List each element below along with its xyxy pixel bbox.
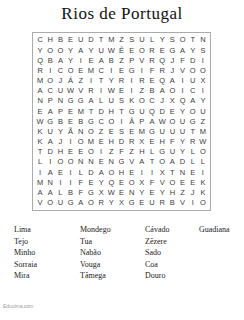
grid-cell[interactable]: X xyxy=(157,167,167,177)
grid-cell[interactable]: E xyxy=(116,177,126,187)
grid-cell[interactable]: T xyxy=(116,106,126,116)
word-item: Zêzere xyxy=(145,236,169,248)
grid-cell[interactable]: O xyxy=(86,147,96,157)
grid-cell[interactable]: U xyxy=(137,35,147,45)
grid-cell[interactable]: I xyxy=(86,76,96,86)
grid-cell[interactable]: L xyxy=(96,96,106,106)
grid-cell[interactable]: M xyxy=(76,106,86,116)
grid-cell[interactable]: O xyxy=(76,137,86,147)
grid-cell[interactable]: T xyxy=(147,157,157,167)
grid-cell[interactable]: O xyxy=(198,198,208,208)
grid-cell[interactable]: O xyxy=(106,116,116,126)
puzzle-title: Rios de Portugal xyxy=(0,4,244,24)
grid-cell[interactable]: A xyxy=(55,55,65,65)
grid-cell[interactable]: I xyxy=(96,147,106,157)
grid-cell[interactable]: A xyxy=(188,96,198,106)
word-item: Tejo xyxy=(14,236,37,248)
grid-cell[interactable]: L xyxy=(35,157,45,167)
grid-cell[interactable]: Y xyxy=(177,147,187,157)
grid-cell[interactable]: G xyxy=(188,116,198,126)
grid-cell[interactable]: H xyxy=(106,106,116,116)
grid-cell[interactable]: N xyxy=(45,177,55,187)
grid-cell[interactable]: L xyxy=(188,157,198,167)
grid-cell[interactable]: N xyxy=(177,167,187,177)
grid-cell[interactable]: Y xyxy=(96,177,106,187)
word-item: Guadiana xyxy=(199,224,230,236)
grid-cell[interactable]: G xyxy=(127,106,137,116)
grid-cell[interactable]: A xyxy=(45,137,55,147)
grid-cell[interactable]: R xyxy=(157,66,167,76)
grid-cell[interactable]: D xyxy=(188,55,198,65)
grid-cell[interactable]: T xyxy=(86,106,96,116)
grid-cell[interactable]: Ã xyxy=(66,127,76,137)
grid-cell[interactable]: X xyxy=(137,177,147,187)
grid-cell[interactable]: P xyxy=(137,116,147,126)
grid-cell[interactable]: O xyxy=(45,198,55,208)
grid-cell[interactable]: E xyxy=(76,147,86,157)
grid-cell[interactable]: R xyxy=(116,76,126,86)
grid-cell[interactable]: R xyxy=(147,55,157,65)
grid-cell[interactable]: U xyxy=(45,127,55,137)
grid-cell[interactable]: V xyxy=(157,177,167,187)
grid-cell[interactable]: A xyxy=(86,96,96,106)
grid-cell[interactable]: G xyxy=(116,157,126,167)
grid-cell[interactable]: E xyxy=(116,188,126,198)
grid-cell[interactable]: A xyxy=(167,157,177,167)
grid-cell[interactable]: Y xyxy=(66,55,76,65)
grid-cell[interactable]: A xyxy=(167,76,177,86)
grid-cell[interactable]: L xyxy=(188,147,198,157)
grid-cell[interactable]: D xyxy=(116,137,126,147)
grid-cell[interactable]: A xyxy=(45,106,55,116)
grid-cell[interactable]: C xyxy=(96,116,106,126)
grid-cell[interactable]: O xyxy=(55,45,65,55)
grid-cell[interactable]: M xyxy=(106,35,116,45)
grid-cell[interactable]: A xyxy=(76,45,86,55)
grid-cell[interactable]: L xyxy=(147,35,157,45)
grid-cell[interactable]: B xyxy=(167,198,177,208)
word-list: LimaTejoMinhoSorraiaMira MondegoTuaNabão… xyxy=(0,224,244,286)
grid-cell[interactable]: Q xyxy=(106,177,116,187)
grid-cell[interactable]: A xyxy=(45,188,55,198)
grid-cell[interactable]: M xyxy=(86,137,96,147)
grid-cell[interactable]: I xyxy=(198,86,208,96)
grid-cell[interactable]: O xyxy=(127,177,137,187)
grid-cell[interactable]: I xyxy=(147,167,157,177)
grid-cell[interactable]: O xyxy=(198,66,208,76)
grid-cell[interactable]: B xyxy=(45,55,55,65)
grid-cell[interactable]: H xyxy=(106,137,116,147)
grid-cell[interactable]: V xyxy=(35,198,45,208)
grid-cell[interactable]: N xyxy=(127,188,137,198)
grid-cell[interactable]: R xyxy=(137,76,147,86)
grid-cell[interactable]: C xyxy=(147,96,157,106)
grid-cell[interactable]: J xyxy=(167,66,177,76)
grid-cell[interactable]: E xyxy=(55,167,65,177)
grid-cell[interactable]: M xyxy=(35,177,45,187)
grid-cell[interactable]: B xyxy=(76,116,86,126)
grid-cell[interactable]: O xyxy=(188,66,198,76)
grid-cell[interactable]: E xyxy=(116,86,126,96)
grid-cell[interactable]: U xyxy=(55,198,65,208)
grid-cell[interactable]: E xyxy=(66,35,76,45)
grid-cell[interactable]: O xyxy=(66,66,76,76)
grid-cell[interactable]: F xyxy=(147,66,157,76)
grid-cell[interactable]: U xyxy=(76,35,86,45)
grid-cell[interactable]: L xyxy=(147,147,157,157)
grid-cell[interactable]: J xyxy=(188,188,198,198)
grid-cell[interactable]: H xyxy=(116,167,126,177)
grid-cell[interactable]: Ê xyxy=(116,45,126,55)
grid-cell[interactable]: O xyxy=(55,157,65,167)
worksheet-page: Rios de Portugal CHBEUDTMZSULYSOTNYOOYAY… xyxy=(0,0,244,320)
grid-cell[interactable]: E xyxy=(127,127,137,137)
grid-cell[interactable]: Q xyxy=(35,55,45,65)
grid-cell[interactable]: X xyxy=(167,96,177,106)
grid-cell[interactable]: A xyxy=(76,198,86,208)
grid-cell[interactable]: R xyxy=(147,45,157,55)
grid-cell[interactable]: C xyxy=(55,66,65,76)
grid-cell[interactable]: V xyxy=(177,198,187,208)
grid-cell[interactable]: U xyxy=(147,198,157,208)
grid-cell[interactable]: X xyxy=(96,188,106,198)
grid-cell[interactable]: C xyxy=(188,86,198,96)
grid-cell[interactable]: L xyxy=(55,188,65,198)
grid-cell[interactable]: B xyxy=(66,188,76,198)
grid-cell[interactable]: W xyxy=(106,86,116,96)
grid-cell[interactable]: I xyxy=(177,76,187,86)
grid-cell[interactable]: Y xyxy=(106,76,116,86)
grid-cell[interactable]: I xyxy=(66,137,76,147)
grid-cell[interactable]: Q xyxy=(177,96,187,106)
grid-cell[interactable]: I xyxy=(198,55,208,65)
grid-cell[interactable]: A xyxy=(35,86,45,96)
grid-cell[interactable]: E xyxy=(167,106,177,116)
grid-cell[interactable]: D xyxy=(86,167,96,177)
grid-cell[interactable]: X xyxy=(137,137,147,147)
grid-cell[interactable]: F xyxy=(147,177,157,187)
grid-cell[interactable]: I xyxy=(177,86,187,96)
grid-cell[interactable]: V xyxy=(177,66,187,76)
grid-cell[interactable]: Z xyxy=(127,147,137,157)
grid-cell[interactable]: H xyxy=(45,35,55,45)
grid-cell[interactable]: S xyxy=(116,127,126,137)
grid-cell[interactable]: E xyxy=(96,137,106,147)
grid-cell[interactable]: O xyxy=(106,167,116,177)
grid-cell[interactable]: E xyxy=(147,76,157,86)
grid-cell[interactable]: U xyxy=(137,106,147,116)
grid-cell[interactable]: N xyxy=(55,96,65,106)
grid-cell[interactable]: F xyxy=(177,55,187,65)
grid-cell[interactable]: N xyxy=(76,157,86,167)
grid-cell[interactable]: Y xyxy=(157,35,167,45)
grid-cell[interactable]: U xyxy=(55,86,65,96)
grid-cell[interactable]: E xyxy=(86,177,96,187)
grid-cell[interactable]: Z xyxy=(106,147,116,157)
grid-cell[interactable]: P xyxy=(127,55,137,65)
grid-cell[interactable]: Â xyxy=(127,116,137,126)
grid-cell[interactable]: B xyxy=(147,86,157,96)
grid-cell[interactable]: Z xyxy=(116,35,126,45)
grid-cell[interactable]: Y xyxy=(177,106,187,116)
grid-cell[interactable]: D xyxy=(96,106,106,116)
grid-cell[interactable]: K xyxy=(35,137,45,147)
grid-cell[interactable]: K xyxy=(127,96,137,106)
grid-cell[interactable]: G xyxy=(45,116,55,126)
grid-cell[interactable]: O xyxy=(137,96,147,106)
grid-cell[interactable]: E xyxy=(66,116,76,126)
grid-cell[interactable]: C xyxy=(96,66,106,76)
grid-cell[interactable]: E xyxy=(147,137,157,147)
grid-cell[interactable]: Q xyxy=(157,76,167,86)
grid-cell[interactable]: S xyxy=(116,96,126,106)
grid-cell[interactable]: P xyxy=(55,106,65,116)
grid-cell[interactable]: I xyxy=(66,177,76,187)
grid-cell[interactable]: Y xyxy=(188,45,198,55)
grid-cell[interactable]: X xyxy=(198,76,208,86)
grid-cell[interactable]: N xyxy=(86,157,96,167)
grid-cell[interactable]: Y xyxy=(137,188,147,198)
grid-cell[interactable]: Z xyxy=(96,127,106,137)
grid-cell[interactable]: O xyxy=(177,35,187,45)
grid-cell[interactable]: H xyxy=(137,147,147,157)
grid-cell[interactable]: A xyxy=(177,45,187,55)
grid-cell[interactable]: N xyxy=(106,157,116,167)
grid-cell[interactable]: T xyxy=(188,35,198,45)
grid-cell[interactable]: W xyxy=(66,86,76,96)
grid-cell[interactable]: M xyxy=(35,76,45,86)
grid-cell[interactable]: O xyxy=(167,86,177,96)
grid-cell[interactable]: G xyxy=(76,96,86,106)
grid-cell[interactable]: O xyxy=(137,45,147,55)
grid-cell[interactable]: E xyxy=(127,45,137,55)
grid-cell[interactable]: E xyxy=(76,66,86,76)
grid-cell[interactable]: M xyxy=(86,66,96,76)
grid-cell[interactable]: Y xyxy=(157,188,167,198)
grid-cell[interactable]: I xyxy=(116,116,126,126)
grid-cell[interactable]: H xyxy=(157,137,167,147)
grid-cell[interactable]: I xyxy=(127,76,137,86)
grid-cell[interactable]: K xyxy=(198,188,208,198)
grid-cell[interactable]: O xyxy=(188,106,198,116)
grid-cell[interactable]: U xyxy=(157,127,167,137)
grid-cell[interactable]: F xyxy=(76,188,86,198)
grid-cell[interactable]: W xyxy=(157,116,167,126)
grid-cell[interactable]: A xyxy=(45,167,55,177)
grid-cell[interactable]: I xyxy=(35,167,45,177)
grid-cell[interactable]: G xyxy=(157,147,167,157)
grid-cell[interactable]: I xyxy=(188,198,198,208)
grid-cell[interactable]: D xyxy=(86,35,96,45)
grid-cell[interactable]: G xyxy=(86,116,96,126)
grid-cell[interactable]: Q xyxy=(157,55,167,65)
word-item: Lima xyxy=(14,224,37,236)
grid-cell[interactable]: J xyxy=(157,96,167,106)
grid-cell[interactable]: U xyxy=(198,106,208,116)
grid-cell[interactable]: I xyxy=(127,86,137,96)
grid-cell[interactable]: E xyxy=(106,127,116,137)
grid-cell[interactable]: E xyxy=(35,106,45,116)
grid-cell[interactable]: I xyxy=(55,177,65,187)
grid-cell[interactable]: G xyxy=(66,198,76,208)
grid-cell[interactable]: J xyxy=(167,55,177,65)
grid-cell[interactable]: E xyxy=(86,55,96,65)
grid-cell[interactable]: L xyxy=(198,157,208,167)
grid-cell[interactable]: I xyxy=(45,66,55,76)
grid-cell[interactable]: T xyxy=(167,167,177,177)
grid-cell[interactable]: O xyxy=(167,116,177,126)
grid-cell[interactable]: D xyxy=(177,157,187,167)
grid-cell[interactable]: U xyxy=(167,147,177,157)
grid-cell[interactable]: U xyxy=(106,96,116,106)
grid-cell[interactable]: E xyxy=(188,177,198,187)
grid-cell[interactable]: E xyxy=(66,147,76,157)
grid-cell[interactable]: F xyxy=(167,137,177,147)
grid-cell[interactable]: J xyxy=(55,76,65,86)
grid-cell[interactable]: D xyxy=(157,106,167,116)
grid-cell[interactable]: F xyxy=(76,177,86,187)
grid-cell[interactable]: B xyxy=(106,55,116,65)
grid-cell[interactable]: G xyxy=(147,127,157,137)
grid-cell[interactable]: W xyxy=(198,137,208,147)
grid-cell[interactable]: G xyxy=(66,96,76,106)
grid-cell[interactable]: A xyxy=(147,116,157,126)
grid-cell[interactable]: E xyxy=(127,167,137,177)
grid-cell[interactable]: F xyxy=(116,147,126,157)
grid-cell[interactable]: E xyxy=(157,45,167,55)
grid-cell[interactable]: I xyxy=(198,167,208,177)
grid-cell[interactable]: R xyxy=(188,137,198,147)
grid-cell[interactable]: V xyxy=(137,55,147,65)
grid-cell[interactable]: K xyxy=(198,177,208,187)
grid-cell[interactable]: T xyxy=(188,127,198,137)
word-item: Mondego xyxy=(80,224,111,236)
grid-cell[interactable]: E xyxy=(96,157,106,167)
grid-cell[interactable]: C xyxy=(45,86,55,96)
grid-cell[interactable]: O xyxy=(45,45,55,55)
grid-cell[interactable]: E xyxy=(66,106,76,116)
grid-cell[interactable]: B xyxy=(55,116,65,126)
grid-cell[interactable]: H xyxy=(55,147,65,157)
grid-cell[interactable]: Q xyxy=(147,106,157,116)
grid-cell[interactable]: R xyxy=(96,198,106,208)
grid-cell[interactable]: W xyxy=(106,188,116,198)
grid-cell[interactable]: I xyxy=(76,55,86,65)
grid-cell[interactable]: T xyxy=(96,35,106,45)
grid-cell[interactable]: O xyxy=(86,127,96,137)
grid-cell[interactable]: D xyxy=(45,147,55,157)
grid-cell[interactable]: Á xyxy=(66,76,76,86)
grid-cell[interactable]: A xyxy=(35,188,45,198)
grid-cell[interactable]: Y xyxy=(106,198,116,208)
grid-cell[interactable]: N xyxy=(76,127,86,137)
grid-cell[interactable]: Z xyxy=(137,86,147,96)
word-item: Nabão xyxy=(80,247,111,259)
grid-cell[interactable]: U xyxy=(177,127,187,137)
grid-cell[interactable]: V xyxy=(127,157,137,167)
grid-cell[interactable]: O xyxy=(66,157,76,167)
grid-cell[interactable]: E xyxy=(188,167,198,177)
grid-cell[interactable]: I xyxy=(66,167,76,177)
grid-cell[interactable]: Y xyxy=(86,45,96,55)
grid-cell[interactable]: O xyxy=(167,177,177,187)
grid-cell[interactable]: G xyxy=(167,45,177,55)
grid-cell[interactable]: A xyxy=(137,157,147,167)
grid-cell[interactable]: R xyxy=(35,66,45,76)
grid-cell[interactable]: H xyxy=(167,188,177,198)
grid-cell[interactable]: U xyxy=(188,76,198,86)
grid-cell[interactable]: Z xyxy=(76,76,86,86)
grid-cell[interactable]: W xyxy=(106,45,116,55)
grid-cell[interactable]: N xyxy=(35,96,45,106)
grid-cell[interactable]: Y xyxy=(177,137,187,147)
grid-cell[interactable]: C xyxy=(35,35,45,45)
grid-cell[interactable]: T xyxy=(96,76,106,86)
grid-cell[interactable]: I xyxy=(137,66,147,76)
grid-cell[interactable]: S xyxy=(127,35,137,45)
grid-cell[interactable]: S xyxy=(167,35,177,45)
grid-cell[interactable]: O xyxy=(157,157,167,167)
grid-cell[interactable]: O xyxy=(86,198,96,208)
grid-cell[interactable]: E xyxy=(137,198,147,208)
grid-cell[interactable]: A xyxy=(157,86,167,96)
grid-cell[interactable]: G xyxy=(86,188,96,198)
word-list-column: LimaTejoMinhoSorraiaMira xyxy=(14,224,37,282)
grid-cell[interactable]: V xyxy=(76,86,86,96)
grid-cell[interactable]: Z xyxy=(198,116,208,126)
grid-cell[interactable]: W xyxy=(35,116,45,126)
grid-cell[interactable]: N xyxy=(198,35,208,45)
grid-cell[interactable]: Z xyxy=(116,55,126,65)
grid-cell[interactable]: O xyxy=(198,147,208,157)
grid-cell[interactable]: E xyxy=(116,66,126,76)
grid-cell[interactable]: R xyxy=(127,137,137,147)
grid-cell[interactable]: Z xyxy=(177,188,187,198)
grid-cell[interactable]: M xyxy=(137,127,147,137)
grid-cell[interactable]: Y xyxy=(55,127,65,137)
grid-cell[interactable]: M xyxy=(198,127,208,137)
grid-cell[interactable]: T xyxy=(35,147,45,157)
grid-cell[interactable]: E xyxy=(147,188,157,198)
grid-cell[interactable]: U xyxy=(177,116,187,126)
grid-cell[interactable]: A xyxy=(96,167,106,177)
grid-cell[interactable]: Y xyxy=(35,45,45,55)
grid-cell[interactable]: O xyxy=(45,76,55,86)
grid-cell[interactable]: U xyxy=(96,45,106,55)
grid-cell[interactable]: I xyxy=(96,86,106,96)
grid-cell[interactable]: R xyxy=(157,198,167,208)
grid-cell[interactable]: S xyxy=(198,45,208,55)
grid-cell[interactable]: Y xyxy=(66,45,76,55)
grid-cell[interactable]: I xyxy=(106,66,116,76)
grid-cell[interactable]: Y xyxy=(198,96,208,106)
grid-cell[interactable]: X xyxy=(116,198,126,208)
grid-cell[interactable]: A xyxy=(96,55,106,65)
grid-cell[interactable]: B xyxy=(55,35,65,45)
grid-cell[interactable]: P xyxy=(45,96,55,106)
grid-cell[interactable]: U xyxy=(167,127,177,137)
grid-cell[interactable]: R xyxy=(86,86,96,96)
grid-cell[interactable]: E xyxy=(177,177,187,187)
grid-cell[interactable]: J xyxy=(55,137,65,147)
grid-cell[interactable]: L xyxy=(76,167,86,177)
grid-cell[interactable]: G xyxy=(127,198,137,208)
grid-cell[interactable]: K xyxy=(35,127,45,137)
grid-cell[interactable]: I xyxy=(137,167,147,177)
word-item: Cávado xyxy=(145,224,169,236)
grid-cell[interactable]: I xyxy=(45,157,55,167)
grid-cell[interactable]: G xyxy=(127,66,137,76)
